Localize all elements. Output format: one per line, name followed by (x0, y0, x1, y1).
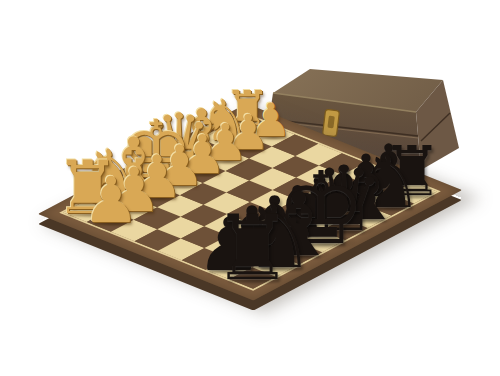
white-pawn: ♟ (83, 169, 140, 233)
pieces-layer: ♜♟♞♟♝♟♛♟♚♟♟♝♜♟♟♞♞♟♟♜♝♟♟♛♟♚♟♝♟♞♟♜ (0, 0, 500, 376)
black-rook: ♜ (213, 204, 293, 293)
chess-set-photo: ♜♟♞♟♝♟♛♟♚♟♟♝♜♟♟♞♞♟♟♜♝♟♟♛♟♚♟♝♟♞♟♜ (0, 0, 500, 376)
